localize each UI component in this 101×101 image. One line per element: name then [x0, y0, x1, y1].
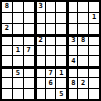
cell-r5c7[interactable] [67, 46, 77, 56]
cell-r7c8[interactable] [78, 67, 88, 77]
cell-r6c1[interactable] [2, 56, 12, 66]
cell-r8c2[interactable] [13, 78, 23, 88]
cell-r7c1[interactable] [2, 67, 12, 77]
cell-r5c2-given-1[interactable]: 1 [13, 46, 23, 56]
cell-r4c1[interactable] [2, 35, 12, 45]
cell-r2c9-given-1[interactable]: 1 [89, 13, 99, 23]
cell-r9c5[interactable] [46, 89, 56, 99]
cell-r3c7[interactable] [67, 24, 77, 34]
cell-r2c2[interactable] [13, 13, 23, 23]
cell-r1c9[interactable] [89, 2, 99, 12]
cell-r1c4-given-3[interactable]: 3 [35, 2, 45, 12]
cell-r6c6[interactable] [56, 56, 66, 66]
cell-r4c5[interactable] [46, 35, 56, 45]
cell-r9c8[interactable] [78, 89, 88, 99]
cell-r3c9[interactable] [89, 24, 99, 34]
cell-r8c4[interactable] [35, 78, 45, 88]
cell-r1c8[interactable] [78, 2, 88, 12]
cell-r1c2[interactable] [13, 2, 23, 12]
cell-r6c5[interactable] [46, 56, 56, 66]
cell-r9c6-given-5[interactable]: 5 [56, 89, 66, 99]
cell-r2c1[interactable] [2, 13, 12, 23]
cell-r5c9[interactable] [89, 46, 99, 56]
cell-r6c8[interactable] [78, 56, 88, 66]
cell-r5c3-given-7[interactable]: 7 [24, 46, 34, 56]
cell-r4c6[interactable] [56, 35, 66, 45]
cell-r9c7[interactable] [67, 89, 77, 99]
cell-r7c6-given-1[interactable]: 1 [56, 67, 66, 77]
cell-r6c2[interactable] [13, 56, 23, 66]
cell-r7c4[interactable] [35, 67, 45, 77]
cell-r3c6[interactable] [56, 24, 66, 34]
cell-r1c5[interactable] [46, 2, 56, 12]
cell-r2c3[interactable] [24, 13, 34, 23]
cell-r5c8[interactable] [78, 46, 88, 56]
cell-r6c4[interactable] [35, 56, 45, 66]
cell-r8c5-given-6[interactable]: 6 [46, 78, 56, 88]
cell-r3c1-given-2[interactable]: 2 [2, 24, 12, 34]
sudoku-board: 83122381745716825 [0, 0, 101, 101]
cell-r9c2[interactable] [13, 89, 23, 99]
cell-r9c3[interactable] [24, 89, 34, 99]
cell-r2c7[interactable] [67, 13, 77, 23]
cell-r4c3[interactable] [24, 35, 34, 45]
cell-r8c9[interactable] [89, 78, 99, 88]
cell-r7c3[interactable] [24, 67, 34, 77]
cell-r3c4[interactable] [35, 24, 45, 34]
cell-r1c7[interactable] [67, 2, 77, 12]
cell-r8c3[interactable] [24, 78, 34, 88]
cell-r9c9[interactable] [89, 89, 99, 99]
cell-r2c8[interactable] [78, 13, 88, 23]
cell-r5c1[interactable] [2, 46, 12, 56]
cell-r7c7[interactable] [67, 67, 77, 77]
cell-r3c5[interactable] [46, 24, 56, 34]
cell-r6c3[interactable] [24, 56, 34, 66]
cell-r4c2[interactable] [13, 35, 23, 45]
cell-r3c8[interactable] [78, 24, 88, 34]
cell-r1c1-given-8[interactable]: 8 [2, 2, 12, 12]
cell-r9c4[interactable] [35, 89, 45, 99]
cell-r5c4[interactable] [35, 46, 45, 56]
cell-r5c6[interactable] [56, 46, 66, 56]
cell-r8c8-given-2[interactable]: 2 [78, 78, 88, 88]
cell-r9c1[interactable] [2, 89, 12, 99]
cell-r4c9[interactable] [89, 35, 99, 45]
cell-r8c7-given-8[interactable]: 8 [67, 78, 77, 88]
cell-r6c9[interactable] [89, 56, 99, 66]
cell-r5c5[interactable] [46, 46, 56, 56]
cell-r7c2-given-5[interactable]: 5 [13, 67, 23, 77]
cell-r7c9[interactable] [89, 67, 99, 77]
cell-r4c4-given-2[interactable]: 2 [35, 35, 45, 45]
cell-r2c5[interactable] [46, 13, 56, 23]
cell-r8c1[interactable] [2, 78, 12, 88]
cell-r1c3[interactable] [24, 2, 34, 12]
cell-r3c3[interactable] [24, 24, 34, 34]
cell-r6c7-given-4[interactable]: 4 [67, 56, 77, 66]
cell-r4c7-given-3[interactable]: 3 [67, 35, 77, 45]
cell-r3c2[interactable] [13, 24, 23, 34]
cell-r8c6[interactable] [56, 78, 66, 88]
cell-r2c6[interactable] [56, 13, 66, 23]
cell-r7c5-given-7[interactable]: 7 [46, 67, 56, 77]
cell-r1c6[interactable] [56, 2, 66, 12]
cell-r2c4[interactable] [35, 13, 45, 23]
cell-r4c8-given-8[interactable]: 8 [78, 35, 88, 45]
